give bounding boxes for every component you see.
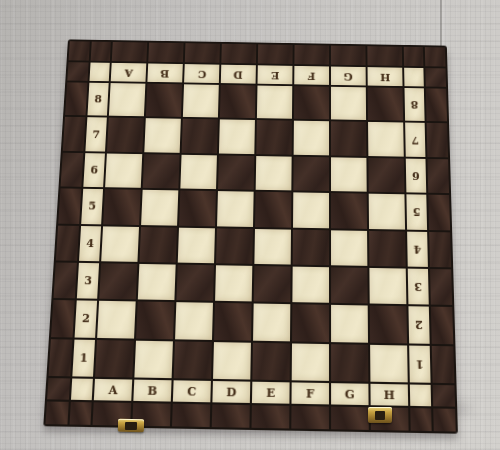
coordinate-label: 4: [86, 238, 94, 249]
coordinate-label: 8: [411, 99, 419, 109]
square-e1[interactable]: [252, 342, 290, 380]
coord-top-g: G: [331, 67, 366, 86]
square-g5[interactable]: [331, 193, 367, 228]
coordinate-label: 8: [94, 94, 102, 104]
frame-segment: [53, 262, 76, 298]
coord-top-a: A: [111, 63, 147, 82]
frame-segment: [258, 44, 293, 64]
coord-left-1: 1: [72, 339, 95, 377]
coord-right-3: 3: [408, 268, 429, 304]
square-f8[interactable]: [294, 86, 329, 120]
coord-top-b: B: [147, 63, 182, 82]
square-b6[interactable]: [143, 154, 180, 189]
coord-corner-bl: [71, 378, 93, 400]
square-c2[interactable]: [175, 302, 213, 339]
frame-segment: [427, 123, 448, 157]
brass-hinge-right: [368, 407, 392, 423]
square-b4[interactable]: [139, 227, 177, 263]
square-g4[interactable]: [331, 230, 367, 266]
frame-segment: [291, 406, 329, 429]
coord-bottom-b: B: [133, 380, 171, 402]
square-f6[interactable]: [293, 156, 329, 191]
coordinate-label: F: [306, 387, 314, 399]
frame-segment: [431, 307, 453, 344]
square-g2[interactable]: [331, 305, 368, 342]
coordinate-label: 7: [92, 129, 100, 140]
square-f3[interactable]: [292, 266, 329, 303]
coord-right-1: 1: [409, 345, 430, 383]
coordinate-label: 2: [415, 319, 423, 331]
frame-segment: [252, 405, 290, 428]
coordinate-label: A: [108, 384, 117, 396]
coord-left-7: 7: [85, 118, 106, 152]
square-b7[interactable]: [144, 119, 181, 153]
square-b8[interactable]: [146, 84, 182, 118]
coordinate-label: 7: [411, 134, 419, 145]
coord-left-5: 5: [81, 189, 103, 224]
frame-segment: [70, 402, 92, 425]
frame-segment: [331, 46, 366, 66]
frame-segment: [51, 300, 75, 337]
square-e6[interactable]: [256, 156, 292, 191]
frame-segment: [432, 346, 455, 384]
coord-bottom-c: C: [173, 380, 211, 402]
coord-bottom-a: A: [94, 379, 132, 401]
coordinate-label: 2: [82, 313, 90, 324]
square-a7[interactable]: [107, 118, 144, 152]
square-h7[interactable]: [368, 122, 404, 156]
square-a5[interactable]: [103, 189, 140, 224]
coordinate-label: 6: [412, 170, 420, 181]
frame-segment: [430, 269, 452, 305]
coord-bottom-d: D: [212, 381, 250, 403]
square-d6[interactable]: [218, 155, 254, 190]
square-d1[interactable]: [213, 342, 251, 380]
frame-segment: [221, 44, 256, 64]
frame-segment: [294, 45, 329, 65]
square-e3[interactable]: [254, 266, 291, 303]
square-e8[interactable]: [257, 86, 292, 120]
frame-segment: [58, 189, 81, 224]
square-f5[interactable]: [293, 192, 329, 227]
frame-segment: [65, 82, 87, 115]
square-d3[interactable]: [215, 265, 252, 302]
coord-corner-br: [410, 385, 431, 407]
frame-segment: [426, 88, 447, 121]
frame-segment: [212, 404, 250, 427]
coord-top-f: F: [294, 66, 329, 85]
square-b2[interactable]: [136, 302, 174, 339]
coord-bottom-g: G: [331, 383, 369, 405]
coord-left-3: 3: [77, 263, 99, 299]
square-a8[interactable]: [109, 83, 146, 117]
coordinate-label: 3: [414, 281, 422, 292]
square-c3[interactable]: [176, 264, 214, 301]
coord-corner-tr: [404, 68, 424, 87]
chess-board: ABCDEFGH8877665544332211ABCDEFGH: [43, 39, 458, 433]
coordinate-label: H: [384, 389, 395, 401]
coordinate-label: D: [226, 386, 236, 398]
frame-segment: [433, 385, 455, 407]
coordinate-label: H: [380, 71, 390, 81]
square-d2[interactable]: [214, 303, 252, 340]
coordinate-label: D: [234, 69, 243, 79]
coordinate-label: 4: [414, 243, 422, 254]
square-h2[interactable]: [370, 306, 407, 343]
square-g3[interactable]: [331, 267, 368, 304]
coord-bottom-f: F: [292, 382, 329, 404]
frame-segment: [46, 401, 69, 424]
coord-right-7: 7: [405, 123, 425, 157]
frame-segment: [185, 43, 220, 63]
coord-left-4: 4: [79, 226, 101, 262]
square-a4[interactable]: [101, 226, 139, 262]
coord-bottom-h: H: [370, 384, 408, 406]
square-h6[interactable]: [368, 158, 404, 193]
frame-segment: [49, 339, 73, 377]
frame-segment: [67, 62, 88, 81]
square-c6[interactable]: [180, 155, 217, 190]
coordinate-label: B: [160, 68, 169, 78]
coord-bottom-e: E: [252, 382, 290, 404]
frame-segment: [404, 47, 424, 66]
square-d4[interactable]: [216, 228, 253, 264]
square-b5[interactable]: [141, 190, 178, 225]
coordinate-label: 5: [88, 201, 96, 212]
coordinate-label: 1: [79, 352, 88, 364]
coordinate-label: 3: [84, 275, 92, 286]
square-g1[interactable]: [331, 344, 368, 382]
frame-segment: [47, 378, 70, 400]
coordinate-label: G: [345, 388, 355, 400]
coordinate-label: C: [197, 68, 206, 78]
square-h5[interactable]: [369, 194, 405, 229]
coordinate-label: G: [344, 71, 353, 81]
coordinate-label: E: [266, 387, 275, 399]
coord-left-6: 6: [83, 153, 105, 187]
frame-segment: [425, 68, 446, 87]
square-e2[interactable]: [253, 304, 290, 341]
square-c5[interactable]: [179, 191, 216, 226]
coord-right-4: 4: [407, 231, 428, 267]
coordinate-label: 6: [90, 165, 98, 176]
coordinate-label: F: [308, 70, 316, 80]
square-c4[interactable]: [178, 227, 215, 263]
frame-segment: [91, 42, 111, 61]
coord-top-h: H: [368, 67, 403, 86]
square-a1[interactable]: [95, 340, 134, 378]
coord-right-2: 2: [408, 306, 429, 343]
square-c7[interactable]: [182, 119, 218, 153]
photo-scene: ABCDEFGH8877665544332211ABCDEFGH: [0, 0, 500, 450]
square-g7[interactable]: [331, 122, 366, 156]
square-f2[interactable]: [292, 304, 329, 341]
square-h8[interactable]: [368, 87, 403, 121]
square-d7[interactable]: [219, 120, 255, 154]
coordinate-label: 5: [413, 206, 421, 217]
square-b3[interactable]: [138, 264, 176, 301]
square-h4[interactable]: [369, 230, 406, 266]
square-h3[interactable]: [369, 268, 406, 305]
frame-segment: [367, 46, 402, 66]
frame-segment: [428, 195, 450, 230]
frame-segment: [427, 159, 449, 193]
frame-segment: [63, 117, 86, 151]
square-d8[interactable]: [220, 85, 256, 119]
square-f4[interactable]: [293, 229, 329, 265]
square-e5[interactable]: [255, 192, 291, 227]
frame-segment: [69, 41, 90, 60]
square-b1[interactable]: [134, 340, 173, 378]
frame-segment: [433, 408, 456, 431]
coordinate-label: A: [124, 67, 133, 77]
coordinate-label: B: [147, 385, 157, 397]
coord-left-2: 2: [75, 301, 97, 338]
brass-hinge-left: [118, 419, 144, 432]
square-c1[interactable]: [174, 341, 212, 379]
square-f7[interactable]: [294, 121, 329, 155]
coord-right-6: 6: [406, 158, 426, 192]
coordinate-label: C: [187, 385, 196, 397]
coord-top-d: D: [221, 65, 256, 84]
coord-left-8: 8: [87, 83, 108, 116]
frame-segment: [425, 47, 446, 66]
square-c8[interactable]: [183, 84, 219, 118]
frame-segment: [429, 232, 451, 268]
frame-segment: [331, 407, 369, 430]
coordinate-label: E: [271, 70, 279, 80]
coord-top-c: C: [184, 64, 219, 83]
square-g6[interactable]: [331, 157, 367, 192]
square-e4[interactable]: [254, 229, 291, 265]
frame-segment: [61, 153, 84, 187]
coord-right-5: 5: [406, 194, 427, 229]
frame-segment: [56, 225, 79, 261]
frame-segment: [148, 43, 183, 63]
coord-corner-tl: [89, 63, 109, 82]
frame-segment: [172, 404, 210, 427]
square-g8[interactable]: [331, 87, 366, 121]
coord-top-e: E: [258, 65, 293, 84]
coordinate-label: 1: [416, 358, 424, 370]
frame-segment: [112, 42, 147, 62]
square-h1[interactable]: [370, 344, 408, 382]
square-a6[interactable]: [105, 153, 142, 188]
square-e7[interactable]: [256, 120, 292, 154]
square-f1[interactable]: [292, 343, 329, 381]
square-d5[interactable]: [217, 191, 254, 226]
square-a2[interactable]: [97, 301, 136, 338]
square-a3[interactable]: [99, 263, 137, 300]
coord-right-8: 8: [405, 88, 425, 121]
frame-segment: [410, 408, 431, 431]
